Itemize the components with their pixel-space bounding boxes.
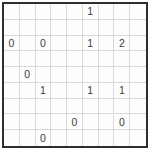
cell-r1c5[interactable] bbox=[67, 4, 83, 20]
cell-r2c8[interactable] bbox=[114, 20, 130, 36]
cell-r5c8[interactable] bbox=[114, 67, 130, 83]
cell-r9c7[interactable] bbox=[99, 130, 115, 146]
cell-r9c2[interactable] bbox=[20, 130, 36, 146]
cell-r4c9[interactable] bbox=[130, 51, 146, 67]
cell-r7c7[interactable] bbox=[99, 99, 115, 115]
cell-r7c9[interactable] bbox=[130, 99, 146, 115]
cell-r5c4[interactable] bbox=[51, 67, 67, 83]
cell-r1c9[interactable] bbox=[130, 4, 146, 20]
clue-cell-r9c3: 0 bbox=[36, 130, 52, 146]
cell-r4c3[interactable] bbox=[36, 51, 52, 67]
cell-r3c4[interactable] bbox=[51, 36, 67, 52]
cell-r2c2[interactable] bbox=[20, 20, 36, 36]
cell-r2c7[interactable] bbox=[99, 20, 115, 36]
clue-cell-r5c2: 0 bbox=[20, 67, 36, 83]
cell-r1c4[interactable] bbox=[51, 4, 67, 20]
cell-r8c7[interactable] bbox=[99, 114, 115, 130]
cell-r7c4[interactable] bbox=[51, 99, 67, 115]
cell-r5c9[interactable] bbox=[130, 67, 146, 83]
cell-r5c3[interactable] bbox=[36, 67, 52, 83]
cell-r3c7[interactable] bbox=[99, 36, 115, 52]
cell-r7c1[interactable] bbox=[4, 99, 20, 115]
cell-r1c3[interactable] bbox=[36, 4, 52, 20]
cell-r9c5[interactable] bbox=[67, 130, 83, 146]
cell-r5c1[interactable] bbox=[4, 67, 20, 83]
cell-r6c9[interactable] bbox=[130, 83, 146, 99]
cell-r2c5[interactable] bbox=[67, 20, 83, 36]
cell-r5c7[interactable] bbox=[99, 67, 115, 83]
cell-r9c1[interactable] bbox=[4, 130, 20, 146]
cell-r7c3[interactable] bbox=[36, 99, 52, 115]
cell-r2c6[interactable] bbox=[83, 20, 99, 36]
cell-r3c5[interactable] bbox=[67, 36, 83, 52]
clue-cell-r6c6: 1 bbox=[83, 83, 99, 99]
cell-r7c6[interactable] bbox=[83, 99, 99, 115]
cell-r7c8[interactable] bbox=[114, 99, 130, 115]
cell-r8c2[interactable] bbox=[20, 114, 36, 130]
cell-r1c8[interactable] bbox=[114, 4, 130, 20]
clue-cell-r3c8: 2 bbox=[114, 36, 130, 52]
clue-cell-r3c6: 1 bbox=[83, 36, 99, 52]
cell-r5c6[interactable] bbox=[83, 67, 99, 83]
cell-r4c7[interactable] bbox=[99, 51, 115, 67]
cell-r9c8[interactable] bbox=[114, 130, 130, 146]
cell-r4c5[interactable] bbox=[67, 51, 83, 67]
cell-r6c1[interactable] bbox=[4, 83, 20, 99]
cell-r7c2[interactable] bbox=[20, 99, 36, 115]
cell-r3c2[interactable] bbox=[20, 36, 36, 52]
cell-r4c2[interactable] bbox=[20, 51, 36, 67]
clue-cell-r8c5: 0 bbox=[67, 114, 83, 130]
cell-r2c9[interactable] bbox=[130, 20, 146, 36]
cell-r1c7[interactable] bbox=[99, 4, 115, 20]
cell-r9c4[interactable] bbox=[51, 130, 67, 146]
cell-r1c1[interactable] bbox=[4, 4, 20, 20]
cell-r1c2[interactable] bbox=[20, 4, 36, 20]
clue-cell-r3c3: 0 bbox=[36, 36, 52, 52]
cell-r8c4[interactable] bbox=[51, 114, 67, 130]
cell-r8c3[interactable] bbox=[36, 114, 52, 130]
clue-cell-r8c8: 0 bbox=[114, 114, 130, 130]
cell-r2c1[interactable] bbox=[4, 20, 20, 36]
cell-r2c3[interactable] bbox=[36, 20, 52, 36]
clue-cell-r1c6: 1 bbox=[83, 4, 99, 20]
cell-r6c2[interactable] bbox=[20, 83, 36, 99]
cell-r3c9[interactable] bbox=[130, 36, 146, 52]
cell-r9c6[interactable] bbox=[83, 130, 99, 146]
cell-r6c4[interactable] bbox=[51, 83, 67, 99]
cell-r8c6[interactable] bbox=[83, 114, 99, 130]
cell-r8c9[interactable] bbox=[130, 114, 146, 130]
clue-cell-r6c8: 1 bbox=[114, 83, 130, 99]
clue-cell-r3c1: 0 bbox=[4, 36, 20, 52]
clue-cell-r6c3: 1 bbox=[36, 83, 52, 99]
cell-r4c1[interactable] bbox=[4, 51, 20, 67]
cell-r2c4[interactable] bbox=[51, 20, 67, 36]
cell-r4c6[interactable] bbox=[83, 51, 99, 67]
cell-r4c4[interactable] bbox=[51, 51, 67, 67]
cell-r6c7[interactable] bbox=[99, 83, 115, 99]
cell-r4c8[interactable] bbox=[114, 51, 130, 67]
cell-r5c5[interactable] bbox=[67, 67, 83, 83]
cell-r7c5[interactable] bbox=[67, 99, 83, 115]
cell-r8c1[interactable] bbox=[4, 114, 20, 130]
cell-r9c9[interactable] bbox=[130, 130, 146, 146]
puzzle-board: 100120111000 bbox=[2, 2, 148, 148]
cell-r6c5[interactable] bbox=[67, 83, 83, 99]
